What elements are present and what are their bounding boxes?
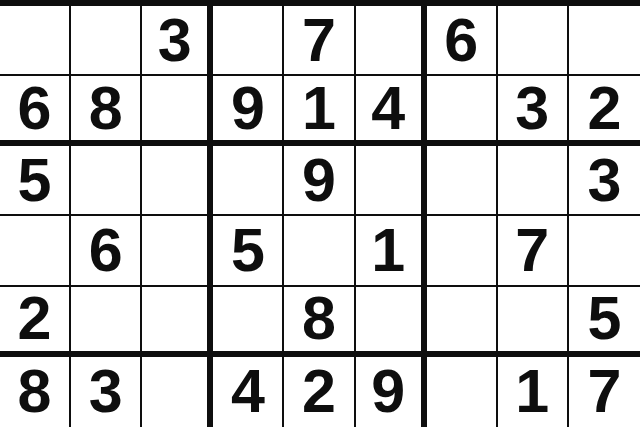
cell-r2c8[interactable]: 3	[498, 76, 569, 146]
cell-r6c4[interactable]: 4	[213, 357, 284, 427]
cell-r1c3[interactable]: 3	[142, 6, 213, 76]
cell-r6c5[interactable]: 2	[284, 357, 355, 427]
cell-r3c6[interactable]	[356, 146, 427, 216]
cell-r5c8[interactable]	[498, 287, 569, 357]
cell-r1c4[interactable]	[213, 6, 284, 76]
cell-r5c2[interactable]	[71, 287, 142, 357]
cell-r3c2[interactable]	[71, 146, 142, 216]
cell-r5c5[interactable]: 8	[284, 287, 355, 357]
cell-r6c3[interactable]	[142, 357, 213, 427]
cell-r3c9[interactable]: 3	[569, 146, 640, 216]
cell-r1c5[interactable]: 7	[284, 6, 355, 76]
cell-r4c3[interactable]	[142, 216, 213, 286]
cell-r2c7[interactable]	[427, 76, 498, 146]
cell-r4c7[interactable]	[427, 216, 498, 286]
cell-r2c5[interactable]: 1	[284, 76, 355, 146]
cell-r6c1[interactable]: 8	[0, 357, 71, 427]
cell-r3c3[interactable]	[142, 146, 213, 216]
cell-r3c1[interactable]: 5	[0, 146, 71, 216]
cell-r1c2[interactable]	[71, 6, 142, 76]
cell-r2c2[interactable]: 8	[71, 76, 142, 146]
cell-r6c6[interactable]: 9	[356, 357, 427, 427]
cell-r4c5[interactable]	[284, 216, 355, 286]
cell-r6c9[interactable]: 7	[569, 357, 640, 427]
cell-r3c7[interactable]	[427, 146, 498, 216]
cell-r6c7[interactable]	[427, 357, 498, 427]
cell-r4c1[interactable]	[0, 216, 71, 286]
sudoku-board: 376689143259365172858342917	[0, 0, 640, 427]
cell-r5c4[interactable]	[213, 287, 284, 357]
cell-r4c9[interactable]	[569, 216, 640, 286]
cell-r4c6[interactable]: 1	[356, 216, 427, 286]
cell-r3c4[interactable]	[213, 146, 284, 216]
cell-r5c6[interactable]	[356, 287, 427, 357]
cell-r1c7[interactable]: 6	[427, 6, 498, 76]
cell-r2c4[interactable]: 9	[213, 76, 284, 146]
cell-r1c6[interactable]	[356, 6, 427, 76]
cell-r3c5[interactable]: 9	[284, 146, 355, 216]
cell-r2c3[interactable]	[142, 76, 213, 146]
cell-r5c1[interactable]: 2	[0, 287, 71, 357]
cell-r3c8[interactable]	[498, 146, 569, 216]
cell-r4c2[interactable]: 6	[71, 216, 142, 286]
cell-r1c9[interactable]	[569, 6, 640, 76]
cell-r4c4[interactable]: 5	[213, 216, 284, 286]
cell-r2c9[interactable]: 2	[569, 76, 640, 146]
cell-r5c9[interactable]: 5	[569, 287, 640, 357]
cell-r4c8[interactable]: 7	[498, 216, 569, 286]
cell-r2c6[interactable]: 4	[356, 76, 427, 146]
cell-r1c8[interactable]	[498, 6, 569, 76]
cell-r6c2[interactable]: 3	[71, 357, 142, 427]
cell-r2c1[interactable]: 6	[0, 76, 71, 146]
cell-r6c8[interactable]: 1	[498, 357, 569, 427]
cell-r5c3[interactable]	[142, 287, 213, 357]
cell-r5c7[interactable]	[427, 287, 498, 357]
cell-r1c1[interactable]	[0, 6, 71, 76]
